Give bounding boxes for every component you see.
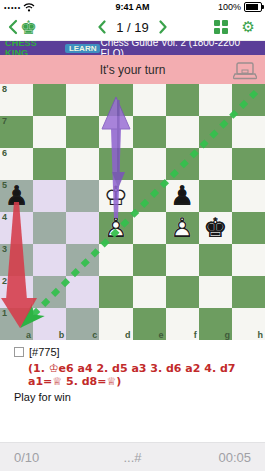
square-d1[interactable]: d [99, 308, 132, 340]
piece-white-king-d5[interactable]: ♚♔ [99, 180, 132, 212]
rank-label-4: 4 [2, 212, 7, 222]
square-c2[interactable] [66, 276, 99, 308]
square-g4[interactable]: ♚♔ [199, 212, 232, 244]
bookmark-checkbox[interactable] [14, 347, 24, 357]
battery-percent: 100% [218, 2, 241, 12]
square-a4[interactable]: 4 [0, 212, 33, 244]
file-label-h: h [258, 330, 264, 340]
square-d8[interactable] [99, 84, 132, 116]
square-b1[interactable]: b [33, 308, 66, 340]
square-c1[interactable]: c [66, 308, 99, 340]
puzzle-counter: 1 / 19 [116, 20, 149, 35]
square-e3[interactable] [133, 244, 166, 276]
square-b8[interactable] [33, 84, 66, 116]
square-c8[interactable] [66, 84, 99, 116]
square-h7[interactable] [232, 116, 265, 148]
square-h2[interactable] [232, 276, 265, 308]
rank-label-7: 7 [2, 116, 7, 126]
square-g5[interactable] [199, 180, 232, 212]
square-e8[interactable] [133, 84, 166, 116]
rank-label-3: 3 [2, 244, 7, 254]
square-b3[interactable] [33, 244, 66, 276]
piece-black-pawn-f5[interactable]: ♟♙ [166, 180, 199, 212]
square-a1[interactable]: 1a [0, 308, 33, 340]
square-e2[interactable] [133, 276, 166, 308]
chess-board[interactable]: 8765♟♙♚♔♟♙4♟♙♟♙♚♔321abcdefgh [0, 84, 265, 340]
square-f4[interactable]: ♟♙ [166, 212, 199, 244]
file-label-a: a [26, 330, 31, 340]
square-g2[interactable] [199, 276, 232, 308]
score-counter[interactable]: 0/10 [14, 450, 39, 465]
solution-moves[interactable]: (1. ♔e6 a4 2. d5 a3 3. d6 a2 4. d7 a1=♕ … [28, 362, 265, 388]
puzzle-id: [#775] [29, 346, 60, 358]
learn-badge: LEARN [65, 44, 101, 53]
file-label-d: d [125, 330, 131, 340]
battery-icon [244, 2, 262, 12]
app-screen: ••••• 9:41 AM 100% ♚ 1 / 19 [0, 0, 265, 471]
next-puzzle-button[interactable] [159, 20, 167, 34]
square-b2[interactable] [33, 276, 66, 308]
rank-label-2: 2 [2, 276, 7, 286]
square-f8[interactable] [166, 84, 199, 116]
settings-gear-icon[interactable]: ⚙ [242, 20, 255, 35]
turn-banner-text: It's your turn [100, 63, 166, 77]
square-d6[interactable] [99, 148, 132, 180]
turn-banner: It's your turn [0, 55, 265, 84]
puzzle-info: [#775] (1. ♔e6 a4 2. d5 a3 3. d6 a2 4. d… [0, 340, 265, 442]
square-g3[interactable] [199, 244, 232, 276]
piece-white-pawn-f4[interactable]: ♟♙ [166, 212, 199, 244]
square-f3[interactable] [166, 244, 199, 276]
square-b7[interactable] [33, 116, 66, 148]
square-e4[interactable] [133, 212, 166, 244]
nav-bar: ♚ 1 / 19 ⚙ [0, 14, 265, 41]
square-a5[interactable]: 5♟♙ [0, 180, 33, 212]
square-h3[interactable] [232, 244, 265, 276]
square-b4[interactable] [33, 212, 66, 244]
square-f2[interactable] [166, 276, 199, 308]
piece-black-king-g4[interactable]: ♚♔ [199, 212, 232, 244]
rank-label-8: 8 [2, 84, 7, 94]
rank-label-1: 1 [2, 308, 7, 318]
piece-white-pawn-d4[interactable]: ♟♙ [99, 212, 132, 244]
square-h8[interactable] [232, 84, 265, 116]
square-b6[interactable] [33, 148, 66, 180]
puzzle-goal: Play for win [14, 391, 265, 403]
square-d5[interactable]: ♚♔ [99, 180, 132, 212]
square-g7[interactable] [199, 116, 232, 148]
square-a3[interactable]: 3 [0, 244, 33, 276]
bottom-bar: 0/10 ...# 00:05 [0, 442, 265, 471]
square-e6[interactable] [133, 148, 166, 180]
square-a2[interactable]: 2 [0, 276, 33, 308]
square-c4[interactable] [66, 212, 99, 244]
square-c3[interactable] [66, 244, 99, 276]
square-b5[interactable] [33, 180, 66, 212]
timer[interactable]: 00:05 [218, 450, 251, 465]
puzzle-list-grid-icon[interactable] [214, 20, 228, 34]
file-label-b: b [59, 330, 65, 340]
course-title-bar: CHESS KING LEARN Chess Guide Vol. 2 (180… [0, 41, 265, 55]
square-f6[interactable] [166, 148, 199, 180]
square-f5[interactable]: ♟♙ [166, 180, 199, 212]
square-a8[interactable]: 8 [0, 84, 33, 116]
square-e5[interactable] [133, 180, 166, 212]
square-d3[interactable] [99, 244, 132, 276]
square-a6[interactable]: 6 [0, 148, 33, 180]
prev-puzzle-button[interactable] [98, 20, 106, 34]
square-c6[interactable] [66, 148, 99, 180]
square-c7[interactable] [66, 116, 99, 148]
rank-label-6: 6 [2, 148, 7, 158]
square-f7[interactable] [166, 116, 199, 148]
computer-move-icon[interactable] [233, 62, 257, 80]
square-d4[interactable]: ♟♙ [99, 212, 132, 244]
rank-label-5: 5 [2, 180, 7, 190]
square-h4[interactable] [232, 212, 265, 244]
square-h5[interactable] [232, 180, 265, 212]
square-c5[interactable] [66, 180, 99, 212]
square-d7[interactable] [99, 116, 132, 148]
square-g8[interactable] [199, 84, 232, 116]
square-f1[interactable]: f [166, 308, 199, 340]
square-h6[interactable] [232, 148, 265, 180]
square-e7[interactable] [133, 116, 166, 148]
status-bar: ••••• 9:41 AM 100% [0, 0, 265, 14]
file-label-e: e [159, 330, 164, 340]
square-h1[interactable]: h [232, 308, 265, 340]
square-a7[interactable]: 7 [0, 116, 33, 148]
square-e1[interactable]: e [133, 308, 166, 340]
square-d2[interactable] [99, 276, 132, 308]
file-label-g: g [224, 330, 230, 340]
file-label-c: c [92, 330, 97, 340]
square-g6[interactable] [199, 148, 232, 180]
square-g1[interactable]: g [199, 308, 232, 340]
file-label-f: f [194, 330, 197, 340]
